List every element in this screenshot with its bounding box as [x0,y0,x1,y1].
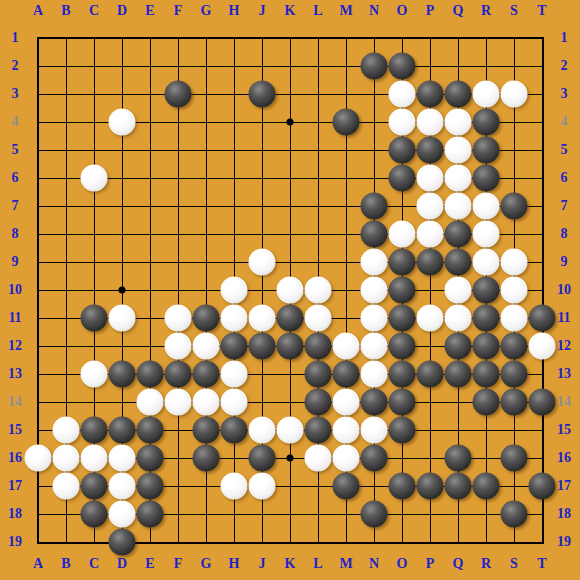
black-stone [137,501,164,528]
black-stone [81,501,108,528]
white-stone [417,109,444,136]
col-label-bottom-A: A [23,556,53,572]
black-stone [249,445,276,472]
star-point-K4 [287,119,294,126]
black-stone [81,417,108,444]
white-stone [81,165,108,192]
white-stone [445,277,472,304]
row-label-left-9: 9 [0,254,30,270]
row-label-left-5: 5 [0,142,30,158]
black-stone [193,361,220,388]
black-stone [417,249,444,276]
row-label-left-6: 6 [0,170,30,186]
col-label-bottom-M: M [331,556,361,572]
white-stone [361,305,388,332]
black-stone [137,361,164,388]
star-point-K16 [287,455,294,462]
row-label-left-10: 10 [0,282,30,298]
row-label-left-17: 17 [0,478,30,494]
row-label-left-4: 4 [0,114,30,130]
black-stone [389,165,416,192]
col-label-bottom-C: C [79,556,109,572]
col-label-top-L: L [303,3,333,19]
row-label-left-11: 11 [0,310,30,326]
row-label-right-15: 15 [549,422,579,438]
black-stone [473,277,500,304]
col-label-top-A: A [23,3,53,19]
row-label-right-2: 2 [549,58,579,74]
black-stone [445,473,472,500]
black-stone [445,81,472,108]
white-stone [361,417,388,444]
col-label-bottom-K: K [275,556,305,572]
col-label-bottom-E: E [135,556,165,572]
black-stone [109,529,136,556]
black-stone [81,305,108,332]
col-label-top-N: N [359,3,389,19]
row-label-left-19: 19 [0,534,30,550]
black-stone [361,193,388,220]
black-stone [165,81,192,108]
white-stone [109,501,136,528]
row-label-right-8: 8 [549,226,579,242]
white-stone [333,389,360,416]
black-stone [417,473,444,500]
black-stone [333,361,360,388]
col-label-bottom-Q: Q [443,556,473,572]
black-stone [333,473,360,500]
white-stone [333,445,360,472]
white-stone [445,109,472,136]
black-stone [389,305,416,332]
white-stone [249,417,276,444]
black-stone [193,417,220,444]
col-label-top-Q: Q [443,3,473,19]
col-label-top-C: C [79,3,109,19]
white-stone [361,333,388,360]
row-label-right-13: 13 [549,366,579,382]
white-stone [165,389,192,416]
col-label-top-J: J [247,3,277,19]
black-stone [473,137,500,164]
black-stone [417,361,444,388]
black-stone [193,445,220,472]
black-stone [361,501,388,528]
col-label-top-H: H [219,3,249,19]
row-label-left-7: 7 [0,198,30,214]
col-label-bottom-P: P [415,556,445,572]
col-label-bottom-T: T [527,556,557,572]
black-stone [389,277,416,304]
black-stone [473,305,500,332]
white-stone [501,249,528,276]
black-stone [501,445,528,472]
black-stone [221,333,248,360]
white-stone [473,81,500,108]
black-stone [249,333,276,360]
row-label-right-4: 4 [549,114,579,130]
black-stone [389,389,416,416]
white-stone [445,305,472,332]
col-label-bottom-N: N [359,556,389,572]
col-label-top-M: M [331,3,361,19]
black-stone [473,473,500,500]
white-stone [53,445,80,472]
row-label-right-18: 18 [549,506,579,522]
white-stone [221,361,248,388]
black-stone [137,473,164,500]
black-stone [445,221,472,248]
col-label-top-K: K [275,3,305,19]
row-label-left-12: 12 [0,338,30,354]
white-stone [417,221,444,248]
row-label-left-1: 1 [0,30,30,46]
black-stone [445,249,472,276]
black-stone [361,445,388,472]
black-stone [501,193,528,220]
white-stone [473,249,500,276]
black-stone [137,445,164,472]
col-label-top-F: F [163,3,193,19]
white-stone [473,221,500,248]
white-stone [165,333,192,360]
col-label-top-D: D [107,3,137,19]
white-stone [417,193,444,220]
black-stone [305,417,332,444]
row-label-right-5: 5 [549,142,579,158]
go-board-window: AA11BB22CC33DD44EE55FF66GG77HH88JJ99KK10… [0,0,580,580]
black-stone [221,417,248,444]
white-stone [445,137,472,164]
black-stone [277,305,304,332]
row-label-left-3: 3 [0,86,30,102]
white-stone [277,277,304,304]
white-stone [53,473,80,500]
black-stone [193,305,220,332]
col-label-bottom-R: R [471,556,501,572]
black-stone [361,53,388,80]
white-stone [445,193,472,220]
white-stone [361,361,388,388]
white-stone [277,417,304,444]
col-label-top-R: R [471,3,501,19]
col-label-bottom-H: H [219,556,249,572]
black-stone [361,221,388,248]
black-stone [417,81,444,108]
white-stone [221,473,248,500]
row-label-left-15: 15 [0,422,30,438]
black-stone [445,333,472,360]
white-stone [193,333,220,360]
white-stone [501,81,528,108]
black-stone [361,389,388,416]
black-stone [333,109,360,136]
row-label-right-1: 1 [549,30,579,46]
row-label-right-9: 9 [549,254,579,270]
col-label-bottom-B: B [51,556,81,572]
black-stone [417,137,444,164]
black-stone [389,53,416,80]
col-label-bottom-J: J [247,556,277,572]
col-label-bottom-G: G [191,556,221,572]
white-stone [333,333,360,360]
white-stone [25,445,52,472]
white-stone [109,109,136,136]
black-stone [109,417,136,444]
black-stone [305,333,332,360]
row-label-left-18: 18 [0,506,30,522]
white-stone [305,277,332,304]
white-stone [445,165,472,192]
row-label-right-3: 3 [549,86,579,102]
black-stone [389,249,416,276]
black-stone [389,137,416,164]
black-stone [389,361,416,388]
black-stone [445,445,472,472]
col-label-top-E: E [135,3,165,19]
white-stone [109,473,136,500]
black-stone [473,389,500,416]
white-stone [109,445,136,472]
star-point-D10 [119,287,126,294]
black-stone [473,361,500,388]
black-stone [501,333,528,360]
black-stone [473,165,500,192]
black-stone [529,305,556,332]
row-label-right-19: 19 [549,534,579,550]
black-stone [109,361,136,388]
white-stone [333,417,360,444]
row-label-left-14: 14 [0,394,30,410]
white-stone [501,277,528,304]
black-stone [305,361,332,388]
white-stone [221,277,248,304]
black-stone [529,389,556,416]
black-stone [249,81,276,108]
col-label-top-G: G [191,3,221,19]
black-stone [305,389,332,416]
white-stone [305,305,332,332]
col-label-top-T: T [527,3,557,19]
white-stone [137,389,164,416]
col-label-bottom-S: S [499,556,529,572]
white-stone [249,305,276,332]
white-stone [361,249,388,276]
white-stone [109,305,136,332]
white-stone [389,81,416,108]
white-stone [389,109,416,136]
white-stone [249,473,276,500]
black-stone [501,389,528,416]
black-stone [501,501,528,528]
white-stone [417,165,444,192]
white-stone [221,305,248,332]
black-stone [81,473,108,500]
row-label-right-16: 16 [549,450,579,466]
white-stone [249,249,276,276]
black-stone [501,361,528,388]
col-label-top-O: O [387,3,417,19]
black-stone [445,361,472,388]
white-stone [305,445,332,472]
white-stone [417,305,444,332]
row-label-right-10: 10 [549,282,579,298]
black-stone [165,361,192,388]
white-stone [193,389,220,416]
row-label-left-13: 13 [0,366,30,382]
white-stone [361,277,388,304]
black-stone [277,333,304,360]
black-stone [529,473,556,500]
row-label-left-8: 8 [0,226,30,242]
white-stone [529,333,556,360]
col-label-top-B: B [51,3,81,19]
col-label-bottom-O: O [387,556,417,572]
black-stone [473,109,500,136]
row-label-left-2: 2 [0,58,30,74]
col-label-top-S: S [499,3,529,19]
black-stone [137,417,164,444]
white-stone [389,221,416,248]
row-label-right-7: 7 [549,198,579,214]
white-stone [501,305,528,332]
black-stone [473,333,500,360]
white-stone [165,305,192,332]
col-label-bottom-D: D [107,556,137,572]
white-stone [473,193,500,220]
col-label-top-P: P [415,3,445,19]
col-label-bottom-F: F [163,556,193,572]
black-stone [389,333,416,360]
row-label-right-6: 6 [549,170,579,186]
white-stone [53,417,80,444]
white-stone [221,389,248,416]
white-stone [81,445,108,472]
black-stone [389,417,416,444]
black-stone [389,473,416,500]
col-label-bottom-L: L [303,556,333,572]
white-stone [81,361,108,388]
